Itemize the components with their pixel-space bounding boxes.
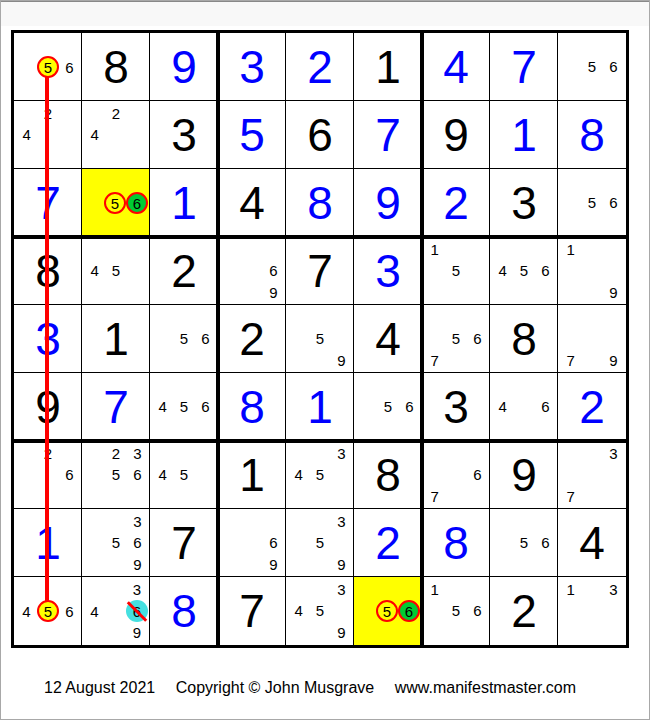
cell-r9c5[interactable]: 3459 [286, 577, 354, 645]
candidate-5: 5 [105, 532, 126, 553]
candidate-1: 1 [424, 579, 445, 600]
candidate-grid: 3459 [286, 577, 354, 645]
cell-r4c3[interactable]: 2 [150, 237, 218, 305]
cell-r8c2[interactable]: 3569 [82, 509, 150, 577]
cell-r1c5[interactable]: 2 [286, 33, 354, 101]
cell-r3c5[interactable]: 8 [286, 169, 354, 237]
candidate-6-green-circle: 6 [398, 600, 420, 622]
solved-digit: 8 [422, 509, 490, 577]
given-digit: 3 [490, 169, 558, 237]
candidate-6: 6 [59, 464, 80, 485]
candidate-5: 5 [581, 56, 602, 77]
candidate-grid: 2356 [82, 441, 150, 509]
candidate-4: 4 [152, 464, 173, 485]
candidate-4: 4 [84, 600, 105, 622]
cell-r4c2[interactable]: 45 [82, 237, 150, 305]
cell-r6c5[interactable]: 1 [286, 373, 354, 441]
solved-digit: 9 [150, 33, 218, 101]
cell-r6c4[interactable]: 8 [218, 373, 286, 441]
solved-digit: 8 [558, 101, 626, 169]
solved-digit: 2 [286, 33, 354, 101]
solved-digit: 4 [422, 33, 490, 101]
candidate-6: 6 [535, 532, 556, 553]
solved-digit: 2 [422, 169, 490, 237]
candidate-5: 5 [513, 260, 534, 281]
candidate-grid: 56 [558, 169, 626, 237]
candidate-4: 4 [152, 396, 173, 417]
candidate-6: 6 [467, 600, 488, 621]
candidate-7: 7 [424, 486, 445, 507]
candidate-9: 9 [603, 350, 624, 371]
cell-r3c9[interactable]: 56 [558, 169, 626, 237]
candidate-6: 6 [535, 396, 556, 417]
candidate-6: 6 [603, 192, 624, 213]
candidate-grid: 24 [82, 101, 150, 169]
candidate-4: 4 [16, 124, 37, 145]
candidate-9: 9 [331, 350, 352, 371]
cell-r5c3[interactable]: 56 [150, 305, 218, 373]
candidate-grid: 45 [150, 441, 218, 509]
candidate-grid: 45 [82, 237, 150, 305]
cell-r4c9[interactable]: 19 [558, 237, 626, 305]
candidate-grid: 359 [286, 509, 354, 577]
cell-r2c9[interactable]: 8 [558, 101, 626, 169]
cell-r9c7[interactable]: 156 [422, 577, 490, 645]
candidate-grid: 19 [558, 237, 626, 305]
candidate-6: 6 [467, 464, 488, 485]
box-divider-horizontal-1 [14, 235, 626, 239]
candidate-5: 5 [377, 396, 398, 417]
cell-r7c8[interactable]: 9 [490, 441, 558, 509]
cell-r5c7[interactable]: 567 [422, 305, 490, 373]
footer-caption: 12 August 2021 Copyright © John Musgrave… [44, 679, 576, 697]
candidate-5-yellow-circle: 5 [37, 56, 59, 78]
given-digit: 6 [286, 101, 354, 169]
candidate-6: 6 [263, 532, 284, 553]
candidate-6: 6 [263, 260, 284, 281]
candidate-1: 1 [424, 239, 445, 260]
candidate-9: 9 [263, 282, 284, 303]
candidate-5: 5 [309, 532, 330, 553]
cell-r6c7[interactable]: 3 [422, 373, 490, 441]
solved-digit: 8 [150, 577, 218, 645]
cell-r3c8[interactable]: 3 [490, 169, 558, 237]
candidate-1: 1 [560, 579, 581, 600]
cell-r9c8[interactable]: 2 [490, 577, 558, 645]
given-digit: 9 [490, 441, 558, 509]
candidate-3: 3 [127, 443, 148, 464]
cell-r7c5[interactable]: 345 [286, 441, 354, 509]
candidate-6: 6 [127, 464, 148, 485]
candidate-grid: 56 [558, 33, 626, 101]
candidate-6: 6 [59, 600, 80, 622]
candidate-3: 3 [126, 579, 148, 600]
given-digit: 8 [82, 33, 150, 101]
cell-r1c9[interactable]: 56 [558, 33, 626, 101]
given-digit: 3 [422, 373, 490, 441]
cell-r9c6[interactable]: 56 [354, 577, 422, 645]
candidate-5: 5 [105, 464, 126, 485]
candidate-3: 3 [331, 579, 352, 600]
candidate-grid: 69 [218, 509, 286, 577]
candidate-grid: 345 [286, 441, 354, 509]
cell-r9c3[interactable]: 8 [150, 577, 218, 645]
candidate-grid: 456 [490, 237, 558, 305]
candidate-grid: 56 [82, 169, 150, 237]
cell-r7c4[interactable]: 1 [218, 441, 286, 509]
cell-r3c4[interactable]: 4 [218, 169, 286, 237]
candidate-6: 6 [195, 396, 216, 417]
candidate-grid: 3569 [82, 509, 150, 577]
given-digit: 1 [218, 441, 286, 509]
cell-r8c3[interactable]: 7 [150, 509, 218, 577]
candidate-5: 5 [513, 532, 534, 553]
given-digit: 2 [150, 237, 218, 305]
cell-r6c8[interactable]: 46 [490, 373, 558, 441]
candidate-2: 2 [105, 443, 126, 464]
cell-r1c3[interactable]: 9 [150, 33, 218, 101]
candidate-grid: 567 [422, 305, 490, 373]
solved-digit: 2 [558, 373, 626, 441]
cell-r1c2[interactable]: 8 [82, 33, 150, 101]
candidate-5-red-ring: 5 [104, 192, 126, 214]
cell-r4c8[interactable]: 456 [490, 237, 558, 305]
solved-digit: 1 [286, 373, 354, 441]
candidate-7: 7 [560, 486, 581, 507]
box-divider-horizontal-2 [14, 439, 626, 443]
solved-digit: 8 [218, 373, 286, 441]
footer-date: 12 August 2021 [44, 679, 155, 696]
cell-r5c9[interactable]: 79 [558, 305, 626, 373]
candidate-6: 6 [399, 396, 420, 417]
candidate-4: 4 [84, 124, 105, 145]
given-digit: 7 [218, 577, 286, 645]
candidate-5: 5 [173, 328, 194, 349]
candidate-6: 6 [535, 260, 556, 281]
candidate-7: 7 [424, 350, 445, 371]
given-digit: 2 [218, 305, 286, 373]
candidate-grid: 46 [490, 373, 558, 441]
cell-r8c4[interactable]: 69 [218, 509, 286, 577]
candidate-grid: 59 [286, 305, 354, 373]
candidate-grid: 69 [218, 237, 286, 305]
cell-r7c6[interactable]: 8 [354, 441, 422, 509]
candidate-grid: 456 [150, 373, 218, 441]
candidate-3: 3 [331, 443, 352, 464]
solved-digit: 3 [354, 237, 422, 305]
footer-website[interactable]: www.manifestmaster.com [395, 679, 576, 696]
cell-r8c7[interactable]: 8 [422, 509, 490, 577]
candidate-5: 5 [105, 260, 126, 281]
cell-r1c8[interactable]: 7 [490, 33, 558, 101]
candidate-grid: 156 [422, 577, 490, 645]
cell-r8c8[interactable]: 56 [490, 509, 558, 577]
cell-r4c7[interactable]: 15 [422, 237, 490, 305]
cell-r2c4[interactable]: 5 [218, 101, 286, 169]
sudoku-board: 5689321475624243567918756148923568452697… [11, 30, 629, 648]
candidate-9: 9 [126, 622, 148, 643]
candidate-grid: 56 [490, 509, 558, 577]
candidate-grid: 67 [422, 441, 490, 509]
given-digit: 4 [558, 509, 626, 577]
candidate-3: 3 [603, 579, 624, 600]
given-digit: 7 [150, 509, 218, 577]
cell-r4c4[interactable]: 69 [218, 237, 286, 305]
candidate-4: 4 [288, 600, 309, 621]
cell-r3c2[interactable]: 56 [82, 169, 150, 237]
candidate-3: 3 [331, 511, 352, 532]
cell-r1c4[interactable]: 3 [218, 33, 286, 101]
candidate-9: 9 [331, 622, 352, 643]
cell-r5c8[interactable]: 8 [490, 305, 558, 373]
candidate-7: 7 [560, 350, 581, 371]
candidate-9: 9 [603, 282, 624, 303]
solved-digit: 5 [218, 101, 286, 169]
cell-r2c5[interactable]: 6 [286, 101, 354, 169]
candidate-5: 5 [309, 600, 330, 621]
cell-r6c9[interactable]: 2 [558, 373, 626, 441]
candidate-6: 6 [59, 56, 80, 78]
candidate-9: 9 [127, 554, 148, 575]
cell-r8c6[interactable]: 2 [354, 509, 422, 577]
given-digit: 8 [354, 441, 422, 509]
cell-r4c6[interactable]: 3 [354, 237, 422, 305]
candidate-9: 9 [263, 554, 284, 575]
chain-link-line [45, 67, 49, 611]
candidate-5: 5 [445, 600, 466, 621]
cell-r8c9[interactable]: 4 [558, 509, 626, 577]
cell-r5c6[interactable]: 4 [354, 305, 422, 373]
cell-r6c3[interactable]: 456 [150, 373, 218, 441]
given-digit: 7 [286, 237, 354, 305]
candidate-grid: 37 [558, 441, 626, 509]
cell-r9c2[interactable]: 3469 [82, 577, 150, 645]
given-digit: 4 [354, 305, 422, 373]
candidate-3: 3 [603, 443, 624, 464]
window-top-band [0, 0, 650, 26]
candidate-grid: 79 [558, 305, 626, 373]
candidate-1: 1 [560, 239, 581, 260]
cell-r2c3[interactable]: 3 [150, 101, 218, 169]
candidate-grid: 13 [558, 577, 626, 645]
candidate-5: 5 [309, 328, 330, 349]
candidate-grid: 3469 [82, 577, 150, 645]
given-digit: 1 [354, 33, 422, 101]
solved-digit: 8 [286, 169, 354, 237]
cell-r5c2[interactable]: 1 [82, 305, 150, 373]
given-digit: 9 [422, 101, 490, 169]
candidate-grid: 56 [354, 577, 422, 645]
candidate-6: 6 [603, 56, 624, 77]
cell-r2c7[interactable]: 9 [422, 101, 490, 169]
cell-r3c7[interactable]: 2 [422, 169, 490, 237]
solved-digit: 7 [490, 33, 558, 101]
cell-r9c4[interactable]: 7 [218, 577, 286, 645]
solved-digit: 2 [354, 509, 422, 577]
cell-r6c6[interactable]: 56 [354, 373, 422, 441]
given-digit: 4 [218, 169, 286, 237]
candidate-2: 2 [105, 103, 126, 124]
candidate-4: 4 [84, 260, 105, 281]
candidate-5: 5 [309, 464, 330, 485]
cell-r7c2[interactable]: 2356 [82, 441, 150, 509]
cell-r8c5[interactable]: 359 [286, 509, 354, 577]
cell-r7c3[interactable]: 45 [150, 441, 218, 509]
box-divider-vertical-1 [216, 33, 220, 645]
candidate-grid: 56 [354, 373, 422, 441]
candidate-6-cyan-slash: 6 [126, 600, 148, 622]
candidate-4: 4 [16, 600, 37, 622]
cell-r2c8[interactable]: 1 [490, 101, 558, 169]
cell-r3c3[interactable]: 1 [150, 169, 218, 237]
solved-digit: 7 [82, 373, 150, 441]
cell-r2c6[interactable]: 7 [354, 101, 422, 169]
candidate-5: 5 [581, 192, 602, 213]
solved-digit: 9 [354, 169, 422, 237]
cell-r5c4[interactable]: 2 [218, 305, 286, 373]
candidate-3: 3 [127, 511, 148, 532]
candidate-6: 6 [195, 328, 216, 349]
given-digit: 1 [82, 305, 150, 373]
given-digit: 8 [490, 305, 558, 373]
box-divider-vertical-2 [420, 33, 424, 645]
candidate-5: 5 [173, 464, 194, 485]
candidate-5: 5 [173, 396, 194, 417]
cell-r1c7[interactable]: 4 [422, 33, 490, 101]
footer-copyright: Copyright © John Musgrave [176, 679, 375, 696]
cell-r2c2[interactable]: 24 [82, 101, 150, 169]
candidate-5: 5 [445, 260, 466, 281]
cell-r5c5[interactable]: 59 [286, 305, 354, 373]
cell-r3c6[interactable]: 9 [354, 169, 422, 237]
candidate-9: 9 [331, 554, 352, 575]
cell-r7c9[interactable]: 37 [558, 441, 626, 509]
cell-r6c2[interactable]: 7 [82, 373, 150, 441]
candidate-grid: 15 [422, 237, 490, 305]
candidate-grid: 56 [150, 305, 218, 373]
candidate-5-red-ring: 5 [376, 600, 398, 622]
candidate-5-yellow-circle: 5 [37, 600, 59, 622]
candidate-5: 5 [445, 328, 466, 349]
solved-digit: 3 [218, 33, 286, 101]
given-digit: 2 [490, 577, 558, 645]
cell-r4c5[interactable]: 7 [286, 237, 354, 305]
candidate-4: 4 [288, 464, 309, 485]
candidate-4: 4 [492, 260, 513, 281]
cell-r1c6[interactable]: 1 [354, 33, 422, 101]
candidate-6: 6 [467, 328, 488, 349]
cell-r9c9[interactable]: 13 [558, 577, 626, 645]
solved-digit: 1 [490, 101, 558, 169]
sudoku-board-cells: 5689321475624243567918756148923568452697… [14, 33, 626, 645]
candidate-6: 6 [127, 532, 148, 553]
solved-digit: 7 [354, 101, 422, 169]
solved-digit: 1 [150, 169, 218, 237]
candidate-6-green-circle: 6 [126, 192, 148, 214]
cell-r7c7[interactable]: 67 [422, 441, 490, 509]
candidate-4: 4 [492, 396, 513, 417]
given-digit: 3 [150, 101, 218, 169]
